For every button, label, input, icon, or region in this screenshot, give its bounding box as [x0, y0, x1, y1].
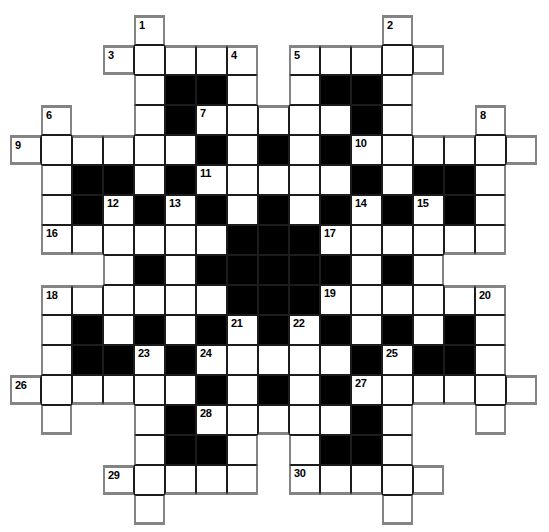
black-cell-r15c12: [351, 435, 382, 465]
cell-r11c16[interactable]: [475, 315, 506, 345]
cell-r5c17[interactable]: [506, 135, 537, 165]
cell-r13c10[interactable]: [289, 375, 320, 405]
black-cell-r10c8: [227, 285, 258, 315]
cell-r5c4[interactable]: [103, 135, 134, 165]
cell-r8c16[interactable]: [475, 225, 506, 255]
cell-r6c13[interactable]: [382, 165, 413, 195]
black-cell-r15c6: [165, 435, 196, 465]
black-cell-r6c6: [165, 165, 196, 195]
clue-number-25: 25: [386, 348, 398, 359]
cell-r4c16[interactable]: 8: [475, 105, 506, 135]
cell-r2c5[interactable]: [134, 45, 165, 75]
cell-r16c11[interactable]: [320, 465, 351, 495]
clue-number-22: 22: [293, 318, 305, 329]
black-cell-r14c6: [165, 405, 196, 435]
cell-r2c13[interactable]: [382, 45, 413, 75]
cell-r11c12[interactable]: [351, 315, 382, 345]
black-cell-r5c9: [258, 135, 289, 165]
clue-number-7: 7: [200, 108, 206, 119]
black-cell-r6c12: [351, 165, 382, 195]
cell-r16c14[interactable]: [413, 465, 444, 495]
cell-r11c14[interactable]: [413, 315, 444, 345]
cell-r2c14[interactable]: [413, 45, 444, 75]
black-cell-r8c10: [289, 225, 320, 255]
cell-r4c11[interactable]: [320, 105, 351, 135]
cell-r17c13[interactable]: [382, 495, 413, 525]
cell-r16c13[interactable]: [382, 465, 413, 495]
cell-r14c13[interactable]: [382, 405, 413, 435]
black-cell-r15c11: [320, 435, 351, 465]
black-cell-r7c15: [444, 195, 475, 225]
black-cell-r13c11: [320, 375, 351, 405]
cell-r10c4[interactable]: [103, 285, 134, 315]
clue-number-11: 11: [200, 168, 211, 179]
cell-r5c10[interactable]: [289, 135, 320, 165]
cell-r10c16[interactable]: 20: [475, 285, 506, 315]
cell-r10c14[interactable]: [413, 285, 444, 315]
cell-r5c12[interactable]: 10: [351, 135, 382, 165]
cell-r16c12[interactable]: [351, 465, 382, 495]
clue-number-5: 5: [294, 50, 300, 61]
cell-r5c3[interactable]: [72, 135, 103, 165]
black-cell-r3c11: [320, 75, 351, 105]
cell-r14c8[interactable]: [227, 405, 258, 435]
cell-r13c8[interactable]: [227, 375, 258, 405]
cell-r5c1[interactable]: 9: [10, 135, 41, 165]
cell-r12c10[interactable]: [289, 345, 320, 375]
black-cell-r12c6: [165, 345, 196, 375]
cell-r4c10[interactable]: [289, 105, 320, 135]
cell-r4c7[interactable]: 7: [196, 105, 227, 135]
cell-r1c5[interactable]: 1: [134, 15, 165, 45]
cell-r7c14[interactable]: 15: [413, 195, 444, 225]
cell-r2c10[interactable]: 5: [289, 45, 320, 75]
cell-r15c10[interactable]: [289, 435, 320, 465]
clue-number-26: 26: [15, 380, 27, 391]
black-cell-r9c7: [196, 255, 227, 285]
cell-r14c16[interactable]: [475, 405, 506, 435]
cell-r4c2[interactable]: 6: [41, 105, 72, 135]
cell-r16c4[interactable]: 29: [103, 465, 134, 495]
black-cell-r5c11: [320, 135, 351, 165]
cell-r8c15[interactable]: [444, 225, 475, 255]
clue-number-17: 17: [324, 228, 336, 239]
cell-r3c5[interactable]: [134, 75, 165, 105]
black-cell-r7c13: [382, 195, 413, 225]
cell-r13c12[interactable]: 27: [351, 375, 382, 405]
black-cell-r7c3: [72, 195, 103, 225]
cell-r6c9[interactable]: [258, 165, 289, 195]
clue-number-8: 8: [480, 110, 486, 121]
cell-r4c8[interactable]: [227, 105, 258, 135]
cell-r14c7[interactable]: 28: [196, 405, 227, 435]
cell-r9c4[interactable]: [103, 255, 134, 285]
black-cell-r9c13: [382, 255, 413, 285]
black-cell-r11c7: [196, 315, 227, 345]
black-cell-r12c12: [351, 345, 382, 375]
cell-r5c16[interactable]: [475, 135, 506, 165]
black-cell-r9c11: [320, 255, 351, 285]
black-cell-r6c4: [103, 165, 134, 195]
black-cell-r11c5: [134, 315, 165, 345]
black-cell-r3c7: [196, 75, 227, 105]
black-cell-r11c15: [444, 315, 475, 345]
clue-number-13: 13: [169, 198, 181, 209]
cell-r6c16[interactable]: [475, 165, 506, 195]
cell-r13c6[interactable]: [165, 375, 196, 405]
cell-r12c11[interactable]: [320, 345, 351, 375]
cell-r6c5[interactable]: [134, 165, 165, 195]
black-cell-r12c3: [72, 345, 103, 375]
black-cell-r10c9: [258, 285, 289, 315]
cell-r2c6[interactable]: [165, 45, 196, 75]
cell-r13c3[interactable]: [72, 375, 103, 405]
black-cell-r6c15: [444, 165, 475, 195]
black-cell-r5c7: [196, 135, 227, 165]
black-cell-r11c3: [72, 315, 103, 345]
black-cell-r9c5: [134, 255, 165, 285]
cell-r5c5[interactable]: [134, 135, 165, 165]
black-cell-r6c14: [413, 165, 444, 195]
cell-r8c6[interactable]: [165, 225, 196, 255]
cell-r2c12[interactable]: [351, 45, 382, 75]
cell-r11c2[interactable]: [41, 315, 72, 345]
cell-r10c2[interactable]: 18: [41, 285, 72, 315]
cell-r13c5[interactable]: [134, 375, 165, 405]
cell-r16c7[interactable]: [196, 465, 227, 495]
cell-r12c16[interactable]: [475, 345, 506, 375]
black-cell-r11c9: [258, 315, 289, 345]
cell-r14c11[interactable]: [320, 405, 351, 435]
cell-r10c6[interactable]: [165, 285, 196, 315]
cell-r10c12[interactable]: [351, 285, 382, 315]
cell-r4c9[interactable]: [258, 105, 289, 135]
black-cell-r14c12: [351, 405, 382, 435]
cell-r7c2[interactable]: [41, 195, 72, 225]
clue-number-14: 14: [355, 198, 367, 209]
black-cell-r13c9: [258, 375, 289, 405]
cell-r11c8[interactable]: 21: [227, 315, 258, 345]
clue-number-3: 3: [108, 50, 114, 61]
cell-r16c6[interactable]: [165, 465, 196, 495]
black-cell-r12c14: [413, 345, 444, 375]
cell-r11c4[interactable]: [103, 315, 134, 345]
crossword-board: 1234567891011121314151617181920212223242…: [0, 0, 549, 532]
black-cell-r10c10: [289, 285, 320, 315]
clue-number-10: 10: [355, 138, 367, 149]
clue-number-20: 20: [479, 290, 491, 301]
clue-number-12: 12: [107, 198, 119, 209]
clue-number-15: 15: [417, 198, 429, 209]
black-cell-r8c8: [227, 225, 258, 255]
cell-r9c14[interactable]: [413, 255, 444, 285]
clue-number-28: 28: [200, 408, 212, 419]
cell-r10c15[interactable]: [444, 285, 475, 315]
cell-r17c5[interactable]: [134, 495, 165, 525]
cell-r14c10[interactable]: [289, 405, 320, 435]
cell-r3c13[interactable]: [382, 75, 413, 105]
crossword-page: 1234567891011121314151617181920212223242…: [0, 0, 549, 532]
cell-r1c13[interactable]: 2: [382, 15, 413, 45]
cell-r15c5[interactable]: [134, 435, 165, 465]
cell-r10c13[interactable]: [382, 285, 413, 315]
cell-r5c2[interactable]: [41, 135, 72, 165]
black-cell-r9c9: [258, 255, 289, 285]
cell-r13c16[interactable]: [475, 375, 506, 405]
cell-r16c5[interactable]: [134, 465, 165, 495]
cell-r11c10[interactable]: 22: [289, 315, 320, 345]
cell-r10c5[interactable]: [134, 285, 165, 315]
cell-r8c11[interactable]: 17: [320, 225, 351, 255]
clue-number-21: 21: [231, 318, 243, 329]
cell-r7c6[interactable]: 13: [165, 195, 196, 225]
cell-r9c6[interactable]: [165, 255, 196, 285]
black-cell-r3c6: [165, 75, 196, 105]
cell-r6c11[interactable]: [320, 165, 351, 195]
cell-r12c8[interactable]: [227, 345, 258, 375]
cell-r8c5[interactable]: [134, 225, 165, 255]
clue-number-9: 9: [15, 140, 21, 151]
clue-number-23: 23: [138, 348, 150, 359]
black-cell-r9c8: [227, 255, 258, 285]
cell-r5c13[interactable]: [382, 135, 413, 165]
black-cell-r8c9: [258, 225, 289, 255]
black-cell-r7c7: [196, 195, 227, 225]
clue-number-30: 30: [294, 468, 306, 479]
cell-r8c14[interactable]: [413, 225, 444, 255]
cell-r10c3[interactable]: [72, 285, 103, 315]
black-cell-r7c9: [258, 195, 289, 225]
cell-r7c8[interactable]: [227, 195, 258, 225]
black-cell-r11c13: [382, 315, 413, 345]
cell-r6c2[interactable]: [41, 165, 72, 195]
cell-r14c2[interactable]: [41, 405, 72, 435]
black-cell-r11c11: [320, 315, 351, 345]
cell-r7c4[interactable]: 12: [103, 195, 134, 225]
cell-r12c2[interactable]: [41, 345, 72, 375]
black-cell-r4c12: [351, 105, 382, 135]
cell-r7c16[interactable]: [475, 195, 506, 225]
black-cell-r4c6: [165, 105, 196, 135]
cell-r5c14[interactable]: [413, 135, 444, 165]
cell-r5c15[interactable]: [444, 135, 475, 165]
black-cell-r7c11: [320, 195, 351, 225]
cell-r4c13[interactable]: [382, 105, 413, 135]
cell-r13c15[interactable]: [444, 375, 475, 405]
cell-r2c8[interactable]: 4: [227, 45, 258, 75]
cell-r11c6[interactable]: [165, 315, 196, 345]
cell-r3c10[interactable]: [289, 75, 320, 105]
cell-r10c7[interactable]: [196, 285, 227, 315]
cell-r13c1[interactable]: 26: [10, 375, 41, 405]
cell-r8c13[interactable]: [382, 225, 413, 255]
cell-r12c9[interactable]: [258, 345, 289, 375]
cell-r2c11[interactable]: [320, 45, 351, 75]
clue-number-19: 19: [324, 288, 336, 299]
cell-r6c8[interactable]: [227, 165, 258, 195]
cell-r8c7[interactable]: [196, 225, 227, 255]
clue-number-6: 6: [46, 110, 52, 121]
clue-number-1: 1: [139, 20, 145, 31]
black-cell-r3c12: [351, 75, 382, 105]
cell-r13c13[interactable]: [382, 375, 413, 405]
clue-number-24: 24: [200, 348, 212, 359]
clue-number-16: 16: [46, 228, 58, 239]
cell-r16c10[interactable]: 30: [289, 465, 320, 495]
cell-r7c10[interactable]: [289, 195, 320, 225]
cell-r13c17[interactable]: [506, 375, 537, 405]
cell-r3c8[interactable]: [227, 75, 258, 105]
cell-r13c14[interactable]: [413, 375, 444, 405]
black-cell-r6c3: [72, 165, 103, 195]
cell-r6c10[interactable]: [289, 165, 320, 195]
cell-r5c6[interactable]: [165, 135, 196, 165]
cell-r8c2[interactable]: 16: [41, 225, 72, 255]
clue-number-18: 18: [46, 290, 58, 301]
cell-r10c11[interactable]: 19: [320, 285, 351, 315]
clue-number-29: 29: [108, 470, 120, 481]
black-cell-r15c7: [196, 435, 227, 465]
cell-r5c8[interactable]: [227, 135, 258, 165]
black-cell-r13c7: [196, 375, 227, 405]
cell-r16c8[interactable]: [227, 465, 258, 495]
cell-r15c13[interactable]: [382, 435, 413, 465]
cell-r12c13[interactable]: 25: [382, 345, 413, 375]
cell-r14c9[interactable]: [258, 405, 289, 435]
cell-r4c5[interactable]: [134, 105, 165, 135]
clue-number-27: 27: [355, 378, 367, 389]
cell-r8c3[interactable]: [72, 225, 103, 255]
cell-r9c12[interactable]: [351, 255, 382, 285]
cell-r14c5[interactable]: [134, 405, 165, 435]
cell-r13c4[interactable]: [103, 375, 134, 405]
cell-r12c7[interactable]: 24: [196, 345, 227, 375]
black-cell-r12c15: [444, 345, 475, 375]
clue-number-4: 4: [231, 50, 237, 61]
clue-number-2: 2: [387, 20, 393, 31]
black-cell-r7c5: [134, 195, 165, 225]
black-cell-r9c10: [289, 255, 320, 285]
cell-r15c8[interactable]: [227, 435, 258, 465]
cell-r8c4[interactable]: [103, 225, 134, 255]
cell-r2c7[interactable]: [196, 45, 227, 75]
cell-r12c5[interactable]: 23: [134, 345, 165, 375]
cell-r6c7[interactable]: 11: [196, 165, 227, 195]
black-cell-r12c4: [103, 345, 134, 375]
cell-r2c4[interactable]: 3: [103, 45, 134, 75]
cell-r8c12[interactable]: [351, 225, 382, 255]
cell-r13c2[interactable]: [41, 375, 72, 405]
cell-r7c12[interactable]: 14: [351, 195, 382, 225]
